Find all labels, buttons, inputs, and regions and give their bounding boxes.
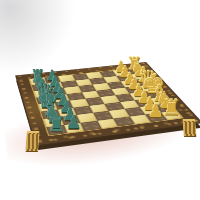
board-foot-front-right xyxy=(182,119,197,137)
piece-green-rook[interactable]: ♜ xyxy=(44,114,69,135)
chess-set-photo: ♜♞♝♛♚♝♞♜♟♟♟♟♟♟♟♟♟♟♟♟♟♟♟♟♜♞♝♛♚♝♞♜ xyxy=(0,0,200,200)
piece-gold-pawn[interactable]: ♟ xyxy=(145,102,167,120)
board-foot-front-left xyxy=(25,131,39,152)
